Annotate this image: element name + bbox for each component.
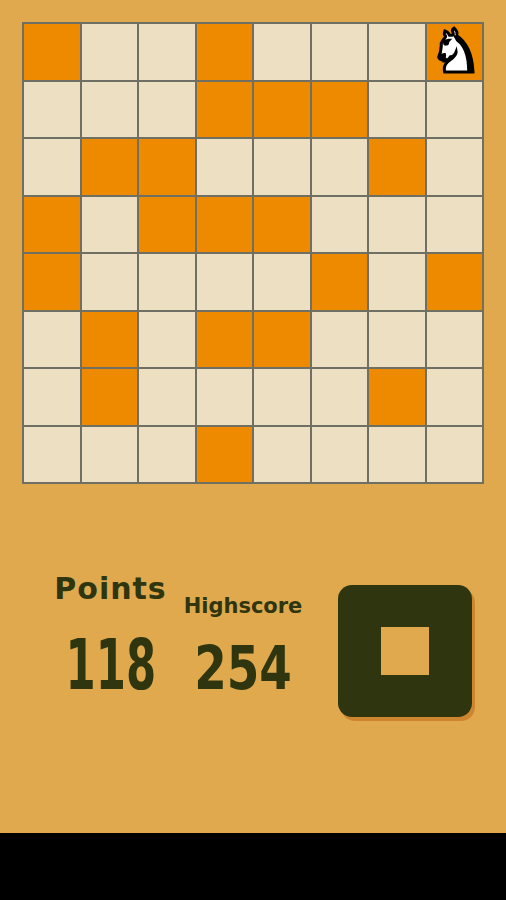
board-cell-a2[interactable]	[24, 369, 80, 425]
board-cell-d1[interactable]	[197, 427, 253, 483]
points-value: 118	[66, 630, 156, 700]
board-cell-d8[interactable]	[197, 24, 253, 80]
highscore-label: Highscore	[178, 594, 308, 618]
board-cell-d5[interactable]	[197, 197, 253, 253]
knight-outline-glyph: ♘	[429, 20, 483, 80]
board-cell-b8[interactable]	[82, 24, 138, 80]
game-board: ♞♘	[22, 22, 484, 484]
board-cell-c5[interactable]	[139, 197, 195, 253]
board-cell-f5[interactable]	[312, 197, 368, 253]
board-cell-b1[interactable]	[82, 427, 138, 483]
stop-square-icon	[381, 627, 429, 675]
board-cell-h6[interactable]	[427, 139, 483, 195]
board-cell-h2[interactable]	[427, 369, 483, 425]
board-cell-h3[interactable]	[427, 312, 483, 368]
board-cell-a6[interactable]	[24, 139, 80, 195]
board-cell-h5[interactable]	[427, 197, 483, 253]
board-cell-e2[interactable]	[254, 369, 310, 425]
board-cell-b2[interactable]	[82, 369, 138, 425]
board-cell-c3[interactable]	[139, 312, 195, 368]
board-cell-d4[interactable]	[197, 254, 253, 310]
board-cell-d3[interactable]	[197, 312, 253, 368]
board-cell-a5[interactable]	[24, 197, 80, 253]
board-cell-b3[interactable]	[82, 312, 138, 368]
knight-piece[interactable]: ♞♘	[427, 24, 483, 80]
board-cell-a8[interactable]	[24, 24, 80, 80]
board-cell-e3[interactable]	[254, 312, 310, 368]
board-cell-g6[interactable]	[369, 139, 425, 195]
board-cell-a1[interactable]	[24, 427, 80, 483]
board-cell-e1[interactable]	[254, 427, 310, 483]
board-cell-f4[interactable]	[312, 254, 368, 310]
board-cell-a7[interactable]	[24, 82, 80, 138]
board-cell-b7[interactable]	[82, 82, 138, 138]
board-cell-h1[interactable]	[427, 427, 483, 483]
board-cell-d7[interactable]	[197, 82, 253, 138]
board-cell-g1[interactable]	[369, 427, 425, 483]
board-cell-f6[interactable]	[312, 139, 368, 195]
board-cell-c6[interactable]	[139, 139, 195, 195]
board-cell-a3[interactable]	[24, 312, 80, 368]
board-cell-f3[interactable]	[312, 312, 368, 368]
board-cell-f1[interactable]	[312, 427, 368, 483]
board-cell-c4[interactable]	[139, 254, 195, 310]
board-cell-c7[interactable]	[139, 82, 195, 138]
board-cell-g2[interactable]	[369, 369, 425, 425]
board-cell-f8[interactable]	[312, 24, 368, 80]
highscore-value: 254	[190, 638, 296, 698]
board-cell-b5[interactable]	[82, 197, 138, 253]
board-cell-c1[interactable]	[139, 427, 195, 483]
board-cell-e7[interactable]	[254, 82, 310, 138]
stop-button[interactable]	[338, 585, 472, 717]
board-cell-h8[interactable]: ♞♘	[427, 24, 483, 80]
board-cell-e4[interactable]	[254, 254, 310, 310]
board-cell-f7[interactable]	[312, 82, 368, 138]
board-cell-e6[interactable]	[254, 139, 310, 195]
board-cell-g7[interactable]	[369, 82, 425, 138]
board-cell-g4[interactable]	[369, 254, 425, 310]
board-cell-g5[interactable]	[369, 197, 425, 253]
board-cell-e5[interactable]	[254, 197, 310, 253]
board-cell-d6[interactable]	[197, 139, 253, 195]
board-cell-d2[interactable]	[197, 369, 253, 425]
board-cell-b4[interactable]	[82, 254, 138, 310]
board-cell-f2[interactable]	[312, 369, 368, 425]
board-cell-e8[interactable]	[254, 24, 310, 80]
board-cell-h7[interactable]	[427, 82, 483, 138]
board-cell-c2[interactable]	[139, 369, 195, 425]
board-cell-g8[interactable]	[369, 24, 425, 80]
board-cell-c8[interactable]	[139, 24, 195, 80]
board-cell-h4[interactable]	[427, 254, 483, 310]
android-nav-bar	[0, 833, 506, 900]
board-cell-b6[interactable]	[82, 139, 138, 195]
board-cell-a4[interactable]	[24, 254, 80, 310]
points-label: Points	[38, 571, 183, 606]
board-cell-g3[interactable]	[369, 312, 425, 368]
